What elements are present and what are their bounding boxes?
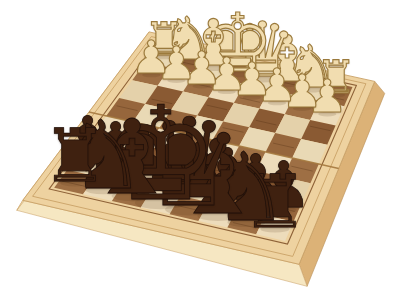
- piece-shadow: [142, 73, 160, 78]
- piece-shadow: [293, 106, 311, 111]
- piece-shadow: [187, 187, 213, 193]
- piece-shadow: [200, 65, 226, 71]
- piece-shadow: [243, 200, 269, 206]
- chess-board: [0, 0, 400, 300]
- piece-shadow: [167, 78, 185, 83]
- piece-shadow: [215, 194, 241, 200]
- piece-shadow: [300, 87, 324, 93]
- piece-shadow: [318, 112, 336, 117]
- piece-shadow: [103, 168, 129, 174]
- piece-shadow: [243, 95, 261, 100]
- piece-shadow: [222, 69, 254, 77]
- piece-shadow: [247, 75, 277, 83]
- piece-shadow: [327, 93, 345, 98]
- piece-shadow: [75, 162, 101, 168]
- piece-shadow: [260, 225, 289, 232]
- piece-shadow: [193, 84, 211, 89]
- piece-shadow: [218, 90, 236, 95]
- piece-shadow: [268, 101, 286, 106]
- chess-set-photo: ♜♞♝♛♚♝♞♜♟♟♟♟♟♟♟♟♟♟♟♟♟♟♟♟♜♞♝♛♚♝♞♜: [0, 0, 400, 300]
- piece-shadow: [155, 55, 173, 60]
- piece-shadow: [159, 181, 185, 187]
- piece-shadow: [274, 81, 300, 87]
- piece-shadow: [177, 60, 201, 66]
- piece-shadow: [131, 175, 157, 181]
- piece-shadow: [271, 207, 297, 213]
- piece-shadow: [60, 179, 89, 186]
- piece-shadow: [85, 185, 123, 194]
